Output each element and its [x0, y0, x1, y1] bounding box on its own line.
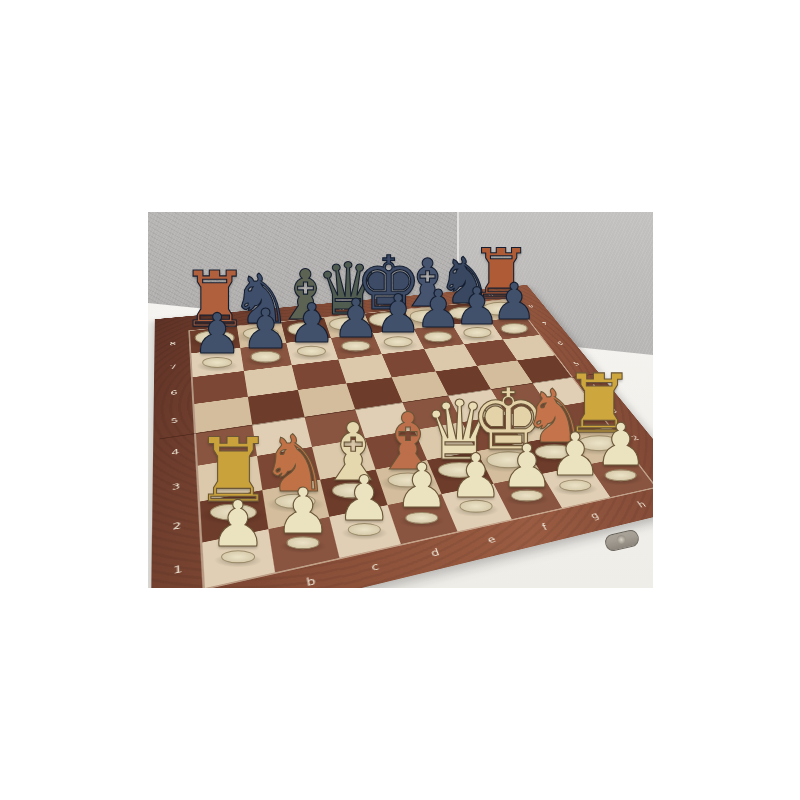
file-label-bottom-a: a: [228, 590, 256, 607]
rank-label-left-8: 8: [163, 340, 182, 347]
file-label-top-e: e: [373, 303, 390, 308]
file-label-top-g: g: [447, 296, 463, 301]
file-label-bottom-c: c: [362, 559, 388, 574]
rank-label-right-6: 6: [552, 340, 569, 346]
file-label-top-f: f: [411, 299, 427, 304]
rank-label-left-4: 4: [164, 447, 187, 457]
file-label-top-d: d: [333, 306, 350, 311]
file-label-bottom-g: g: [583, 510, 606, 522]
rank-label-left-1: 1: [164, 562, 192, 578]
rank-label-right-8: 8: [523, 304, 539, 309]
photo-stage: 1122334455667788aabbccddeeffgghh ♜♞♝♛♚♝♞…: [0, 0, 800, 800]
rank-label-left-5: 5: [163, 416, 185, 425]
rank-label-left-6: 6: [163, 389, 184, 397]
rank-label-left-7: 7: [163, 363, 183, 370]
file-label-top-a: a: [204, 318, 222, 324]
rank-label-right-7: 7: [537, 321, 553, 326]
file-label-bottom-f: f: [533, 521, 557, 534]
file-label-bottom-b: b: [297, 574, 324, 590]
rank-label-right-5: 5: [568, 361, 586, 368]
rank-label-left-2: 2: [164, 519, 190, 533]
rank-label-right-3: 3: [604, 407, 623, 415]
file-label-top-b: b: [249, 314, 267, 320]
rank-label-right-1: 1: [648, 463, 669, 473]
rank-label-right-2: 2: [625, 434, 645, 443]
rank-label-left-3: 3: [164, 481, 188, 493]
clasp-knob: [616, 534, 627, 545]
file-label-bottom-d: d: [422, 546, 448, 560]
file-label-bottom-e: e: [479, 533, 504, 546]
file-label-top-h: h: [483, 292, 499, 297]
file-label-top-c: c: [292, 310, 309, 315]
rank-label-right-4: 4: [585, 383, 604, 390]
file-label-bottom-h: h: [630, 499, 653, 510]
